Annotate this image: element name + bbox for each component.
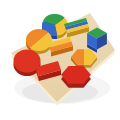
- puzzle-scene: [0, 0, 120, 120]
- product-photo-canvas: [0, 0, 120, 120]
